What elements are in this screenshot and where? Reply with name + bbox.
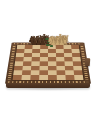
square-a1 (12, 75, 21, 80)
square-b1 (21, 75, 30, 80)
square-d1 (39, 75, 48, 80)
square-f1 (56, 75, 65, 80)
chess-board (5, 42, 91, 84)
square-g1 (65, 75, 74, 80)
light-pawn: ♟ (58, 39, 65, 47)
square-e1 (48, 75, 57, 80)
square-h1 (74, 75, 83, 80)
board-grid (12, 45, 83, 80)
square-c1 (30, 75, 39, 80)
board-front-edge (6, 83, 90, 87)
product-photo-chess-set: ♟♟♟♟♟♜♞♝♛♚♝♞♜♟♟♟ ♟♟♟♟♟♜♞♝♚♛♝♞♜♟♟♟ (0, 0, 95, 126)
light-pieces-cluster: ♟♟♟♟♟♜♞♝♚♛♝♞♜♟♟♟ (47, 29, 70, 47)
board-clasp (84, 58, 89, 66)
